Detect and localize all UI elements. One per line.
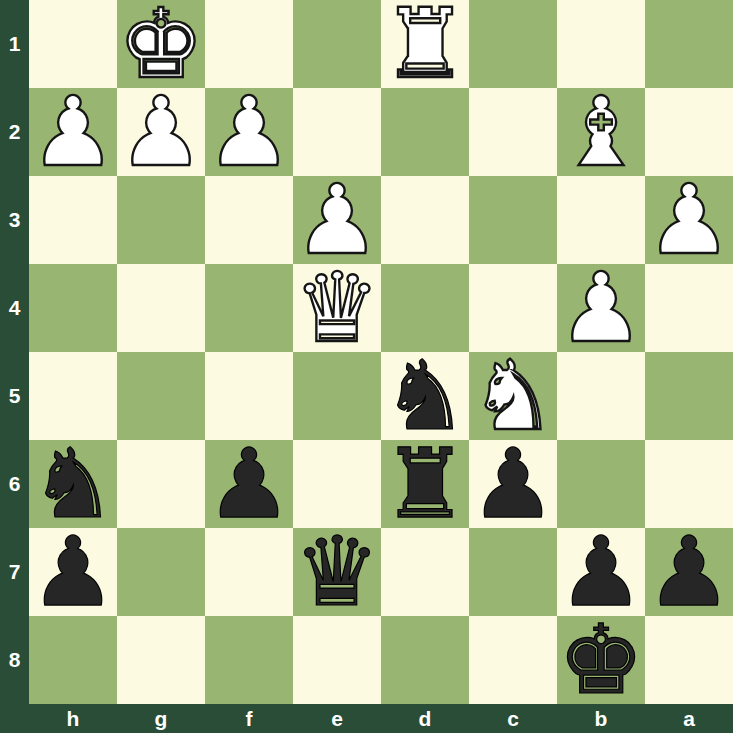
square-h6[interactable]: ♞: [29, 440, 117, 528]
square-g5[interactable]: [117, 352, 205, 440]
file-label-c: c: [469, 704, 557, 733]
black-knight[interactable]: ♞: [382, 352, 468, 440]
square-g6[interactable]: [117, 440, 205, 528]
square-f8[interactable]: [205, 616, 293, 704]
board-corner: [0, 704, 29, 733]
square-d4[interactable]: [381, 264, 469, 352]
square-b4[interactable]: ♟: [557, 264, 645, 352]
rank-label-5: 5: [0, 352, 29, 440]
square-b6[interactable]: [557, 440, 645, 528]
square-c6[interactable]: ♟: [469, 440, 557, 528]
white-pawn[interactable]: ♟: [558, 264, 644, 352]
black-king[interactable]: ♚: [558, 616, 644, 704]
square-c2[interactable]: [469, 88, 557, 176]
white-king[interactable]: ♚: [118, 0, 204, 88]
square-a7[interactable]: ♟: [645, 528, 733, 616]
square-c5[interactable]: ♞: [469, 352, 557, 440]
file-label-d: d: [381, 704, 469, 733]
square-h1[interactable]: [29, 0, 117, 88]
square-d5[interactable]: ♞: [381, 352, 469, 440]
square-e5[interactable]: [293, 352, 381, 440]
square-g8[interactable]: [117, 616, 205, 704]
white-bishop[interactable]: ♝: [558, 88, 644, 176]
square-g4[interactable]: [117, 264, 205, 352]
square-e1[interactable]: [293, 0, 381, 88]
square-d1[interactable]: ♜: [381, 0, 469, 88]
square-c4[interactable]: [469, 264, 557, 352]
rank-label-8: 8: [0, 616, 29, 704]
square-g2[interactable]: ♟: [117, 88, 205, 176]
square-f1[interactable]: [205, 0, 293, 88]
black-pawn[interactable]: ♟: [30, 528, 116, 616]
square-a5[interactable]: [645, 352, 733, 440]
square-d8[interactable]: [381, 616, 469, 704]
square-f4[interactable]: [205, 264, 293, 352]
black-knight[interactable]: ♞: [30, 440, 116, 528]
black-pawn[interactable]: ♟: [646, 528, 732, 616]
black-pawn[interactable]: ♟: [206, 440, 292, 528]
square-c3[interactable]: [469, 176, 557, 264]
rank-label-6: 6: [0, 440, 29, 528]
square-a4[interactable]: [645, 264, 733, 352]
square-b1[interactable]: [557, 0, 645, 88]
square-h7[interactable]: ♟: [29, 528, 117, 616]
rank-label-3: 3: [0, 176, 29, 264]
square-f6[interactable]: ♟: [205, 440, 293, 528]
white-pawn[interactable]: ♟: [118, 88, 204, 176]
square-h5[interactable]: [29, 352, 117, 440]
square-h2[interactable]: ♟: [29, 88, 117, 176]
square-e7[interactable]: ♛: [293, 528, 381, 616]
square-a3[interactable]: ♟: [645, 176, 733, 264]
square-a2[interactable]: [645, 88, 733, 176]
white-pawn[interactable]: ♟: [646, 176, 732, 264]
square-h4[interactable]: [29, 264, 117, 352]
square-f5[interactable]: [205, 352, 293, 440]
square-e6[interactable]: [293, 440, 381, 528]
square-b2[interactable]: ♝: [557, 88, 645, 176]
black-rook[interactable]: ♜: [382, 440, 468, 528]
square-e4[interactable]: ♛: [293, 264, 381, 352]
square-b5[interactable]: [557, 352, 645, 440]
square-e2[interactable]: [293, 88, 381, 176]
white-pawn[interactable]: ♟: [206, 88, 292, 176]
square-f7[interactable]: [205, 528, 293, 616]
square-h8[interactable]: [29, 616, 117, 704]
square-c7[interactable]: [469, 528, 557, 616]
white-pawn[interactable]: ♟: [294, 176, 380, 264]
white-pawn[interactable]: ♟: [30, 88, 116, 176]
rank-label-2: 2: [0, 88, 29, 176]
square-a1[interactable]: [645, 0, 733, 88]
rank-label-7: 7: [0, 528, 29, 616]
square-g1[interactable]: ♚: [117, 0, 205, 88]
white-rook[interactable]: ♜: [382, 0, 468, 88]
square-b3[interactable]: [557, 176, 645, 264]
square-d6[interactable]: ♜: [381, 440, 469, 528]
square-d2[interactable]: [381, 88, 469, 176]
square-d7[interactable]: [381, 528, 469, 616]
black-queen[interactable]: ♛: [294, 528, 380, 616]
square-a6[interactable]: [645, 440, 733, 528]
square-h3[interactable]: [29, 176, 117, 264]
square-c1[interactable]: [469, 0, 557, 88]
white-knight[interactable]: ♞: [470, 352, 556, 440]
square-f2[interactable]: ♟: [205, 88, 293, 176]
square-g7[interactable]: [117, 528, 205, 616]
file-label-a: a: [645, 704, 733, 733]
file-label-b: b: [557, 704, 645, 733]
white-queen[interactable]: ♛: [294, 264, 380, 352]
square-e8[interactable]: [293, 616, 381, 704]
file-label-e: e: [293, 704, 381, 733]
rank-label-1: 1: [0, 0, 29, 88]
square-d3[interactable]: [381, 176, 469, 264]
chess-board: 1♚♜2♟♟♟♝3♟♟4♛♟5♞♞6♞♟♜♟7♟♛♟♟8♚hgfedcba: [0, 0, 733, 733]
square-f3[interactable]: [205, 176, 293, 264]
square-b8[interactable]: ♚: [557, 616, 645, 704]
black-pawn[interactable]: ♟: [470, 440, 556, 528]
file-label-g: g: [117, 704, 205, 733]
black-pawn[interactable]: ♟: [558, 528, 644, 616]
square-e3[interactable]: ♟: [293, 176, 381, 264]
square-g3[interactable]: [117, 176, 205, 264]
square-c8[interactable]: [469, 616, 557, 704]
file-label-f: f: [205, 704, 293, 733]
rank-label-4: 4: [0, 264, 29, 352]
square-b7[interactable]: ♟: [557, 528, 645, 616]
file-label-h: h: [29, 704, 117, 733]
square-a8[interactable]: [645, 616, 733, 704]
